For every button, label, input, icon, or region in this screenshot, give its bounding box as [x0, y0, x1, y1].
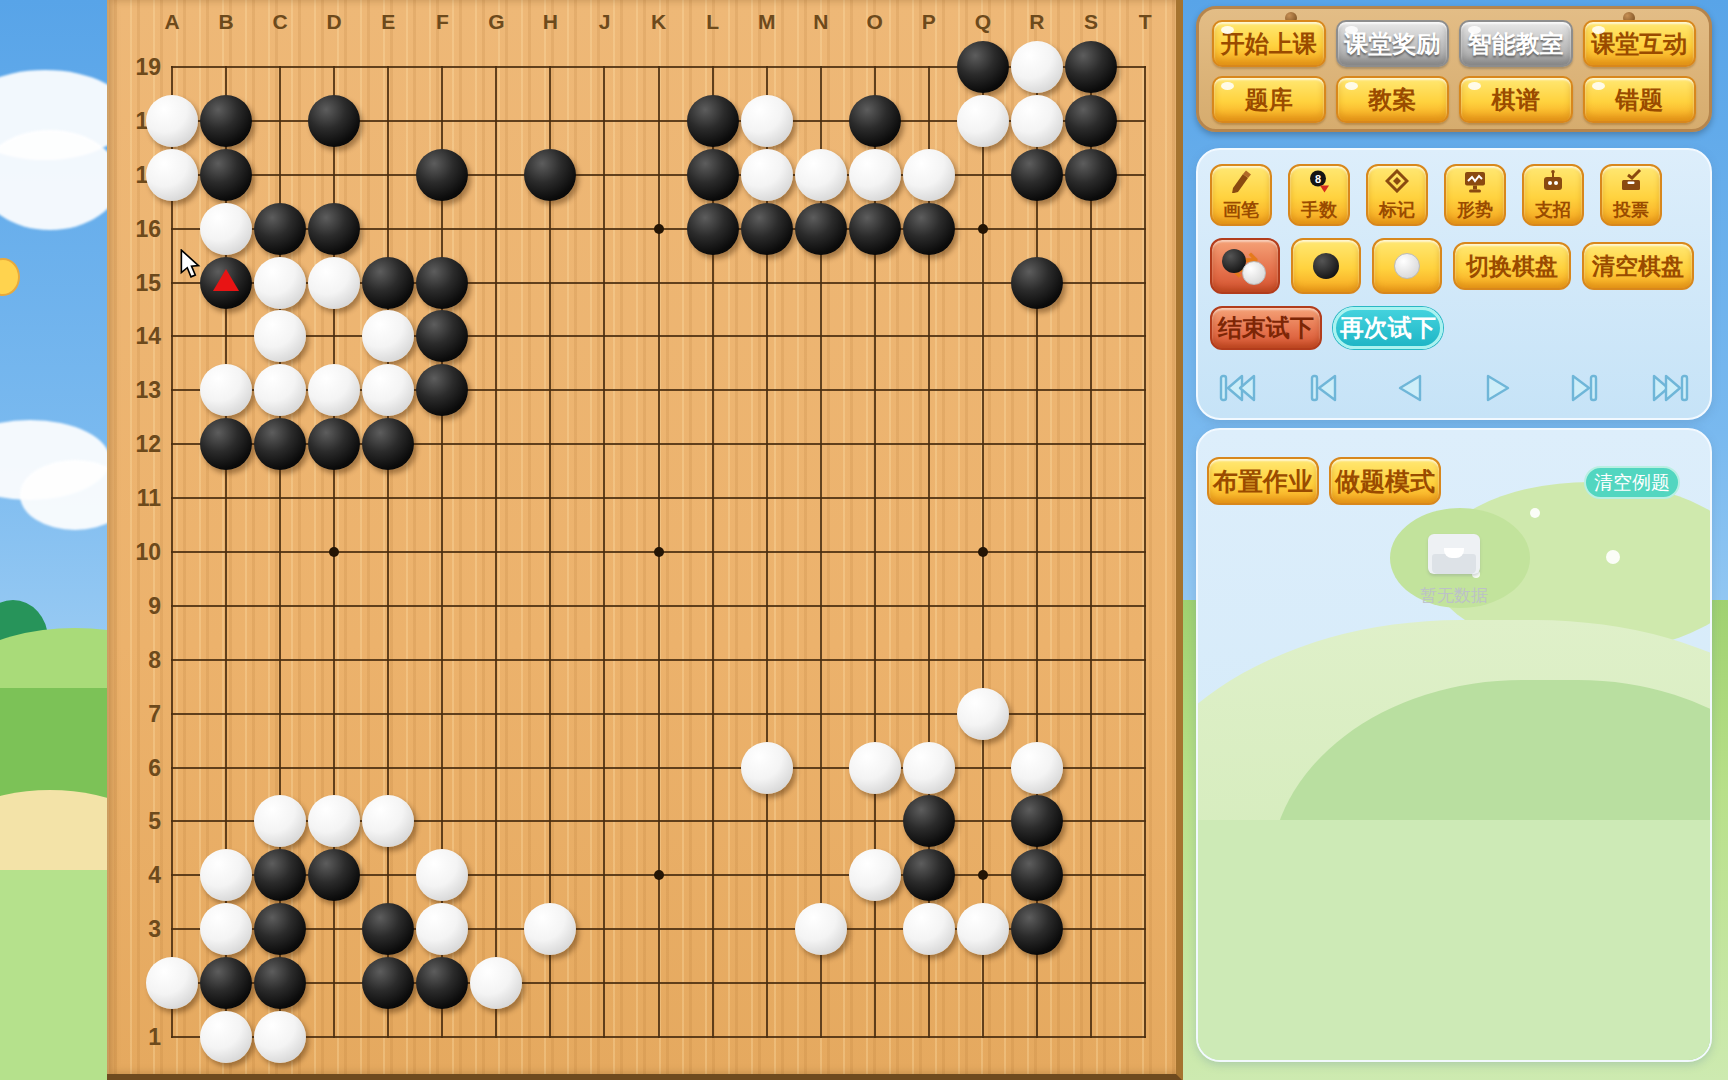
- white-stone[interactable]: [200, 1011, 252, 1063]
- playback-controls: [1198, 372, 1710, 404]
- board-chart-icon: [1463, 169, 1487, 197]
- black-stone[interactable]: [849, 203, 901, 255]
- grid-line: [171, 1036, 1146, 1038]
- row-label: 6: [113, 754, 161, 782]
- white-stone[interactable]: [308, 795, 360, 847]
- white-stone[interactable]: [308, 364, 360, 416]
- diamond-marker-icon: [1385, 169, 1409, 197]
- tool-hint-button[interactable]: 支招: [1522, 164, 1584, 226]
- tool-label: 手数: [1301, 198, 1337, 222]
- black-stone[interactable]: [741, 203, 793, 255]
- white-stone[interactable]: [416, 903, 468, 955]
- white-stone[interactable]: [903, 742, 955, 794]
- row-label: 3: [113, 915, 161, 943]
- row-label: 5: [113, 807, 161, 835]
- next-icon: [1488, 376, 1508, 400]
- black-stone[interactable]: [1065, 41, 1117, 93]
- star-point: [654, 547, 664, 557]
- black-stone[interactable]: [200, 257, 252, 309]
- retry-trial-button[interactable]: 再次试下: [1333, 307, 1443, 349]
- grid-line: [171, 767, 1146, 769]
- row-label: 19: [113, 53, 161, 81]
- row-label: 12: [113, 430, 161, 458]
- robot-icon: [1541, 169, 1565, 197]
- grid-line: [1090, 66, 1092, 1038]
- row-label: 14: [113, 322, 161, 350]
- white-stone[interactable]: [200, 903, 252, 955]
- black-stone[interactable]: [903, 849, 955, 901]
- black-stone[interactable]: [903, 203, 955, 255]
- black-stone[interactable]: [416, 364, 468, 416]
- row-label: 11: [113, 484, 161, 512]
- white-stone[interactable]: [470, 957, 522, 1009]
- tool-label: 标记: [1379, 198, 1415, 222]
- row-label: 9: [113, 592, 161, 620]
- mouse-cursor: [178, 249, 204, 283]
- row-label: 15: [113, 269, 161, 297]
- row-label: 7: [113, 700, 161, 728]
- black-stone[interactable]: [362, 903, 414, 955]
- black-stone[interactable]: [1065, 95, 1117, 147]
- black-stone[interactable]: [254, 957, 306, 1009]
- star-point: [654, 870, 664, 880]
- black-stone[interactable]: [416, 257, 468, 309]
- column-label: B: [211, 10, 241, 34]
- white-stone-button[interactable]: [1372, 238, 1442, 294]
- white-stone[interactable]: [741, 149, 793, 201]
- black-stone[interactable]: [1011, 903, 1063, 955]
- white-stone[interactable]: [795, 903, 847, 955]
- black-stone[interactable]: [254, 849, 306, 901]
- grid-line: [1144, 66, 1146, 1038]
- black-stone[interactable]: [903, 795, 955, 847]
- white-stone[interactable]: [362, 310, 414, 362]
- tool-brush-button[interactable]: 画笔: [1210, 164, 1272, 226]
- column-label: H: [535, 10, 565, 34]
- assign-homework-button[interactable]: 布置作业: [1207, 457, 1319, 505]
- class-rewards-button[interactable]: 课堂奖励: [1336, 20, 1450, 67]
- tool-influence-button[interactable]: 形势: [1444, 164, 1506, 226]
- white-stone[interactable]: [903, 903, 955, 955]
- black-stone[interactable]: [1011, 149, 1063, 201]
- black-stone[interactable]: [200, 957, 252, 1009]
- empty-state: 暂无数据: [1198, 534, 1710, 607]
- next-marker-icon: [1573, 376, 1596, 400]
- app-window: ABCDEFGHJKLMNOPQRST191817161514131211109…: [0, 0, 1728, 1080]
- white-stone[interactable]: [254, 257, 306, 309]
- white-stone[interactable]: [957, 95, 1009, 147]
- white-stone[interactable]: [146, 149, 198, 201]
- white-stone[interactable]: [795, 149, 847, 201]
- prev-icon: [1400, 376, 1420, 400]
- white-stone[interactable]: [146, 95, 198, 147]
- black-stone[interactable]: [1011, 257, 1063, 309]
- star-point: [978, 547, 988, 557]
- black-stone[interactable]: [308, 849, 360, 901]
- game-records-button[interactable]: 棋谱: [1459, 76, 1573, 123]
- column-label: Q: [968, 10, 998, 34]
- sun-icon: [0, 258, 20, 296]
- column-label: R: [1022, 10, 1052, 34]
- column-label: D: [319, 10, 349, 34]
- start-class-button[interactable]: 开始上课: [1212, 20, 1326, 67]
- pencil-icon: [1229, 169, 1253, 197]
- white-stone[interactable]: [254, 795, 306, 847]
- black-stone[interactable]: [1011, 849, 1063, 901]
- white-stone[interactable]: [200, 364, 252, 416]
- black-stone[interactable]: [308, 95, 360, 147]
- numbered-stone-icon: 8: [1307, 169, 1331, 197]
- column-label: C: [265, 10, 295, 34]
- next-marker-button[interactable]: [1560, 372, 1604, 404]
- next-button[interactable]: [1475, 372, 1519, 404]
- black-stone[interactable]: [1065, 149, 1117, 201]
- end-trial-button[interactable]: 结束试下: [1210, 306, 1322, 350]
- black-stone[interactable]: [254, 903, 306, 955]
- clear-board-button[interactable]: 清空棋盘: [1582, 242, 1694, 290]
- white-stone[interactable]: [849, 742, 901, 794]
- grid-line: [171, 605, 1146, 607]
- column-label: L: [698, 10, 728, 34]
- white-stone[interactable]: [200, 849, 252, 901]
- black-stone-button[interactable]: [1291, 238, 1361, 294]
- column-label: P: [914, 10, 944, 34]
- white-stone[interactable]: [146, 957, 198, 1009]
- tool-move-numbers-button[interactable]: 8手数: [1288, 164, 1350, 226]
- tool-button-row: 画笔8手数标记形势支招投票: [1210, 164, 1662, 226]
- row-label: 8: [113, 646, 161, 674]
- trial-row: 结束试下 再次试下: [1210, 306, 1443, 350]
- class-interaction-button[interactable]: 课堂互动: [1583, 20, 1697, 67]
- white-stone[interactable]: [741, 742, 793, 794]
- white-stone[interactable]: [903, 149, 955, 201]
- tool-label: 形势: [1457, 198, 1493, 222]
- black-stone[interactable]: [362, 418, 414, 470]
- column-label: S: [1076, 10, 1106, 34]
- column-label: E: [373, 10, 403, 34]
- black-stone[interactable]: [1011, 795, 1063, 847]
- ballot-icon: [1619, 169, 1643, 197]
- black-stone[interactable]: [362, 957, 414, 1009]
- white-stone[interactable]: [849, 849, 901, 901]
- smart-classroom-button[interactable]: 智能教室: [1459, 20, 1573, 67]
- black-stone[interactable]: [200, 418, 252, 470]
- column-label: K: [644, 10, 674, 34]
- column-label: M: [752, 10, 782, 34]
- grid-line: [171, 659, 1146, 661]
- skip-last-button[interactable]: [1646, 372, 1690, 404]
- black-stone[interactable]: [362, 257, 414, 309]
- white-stone[interactable]: [254, 310, 306, 362]
- clear-examples-button[interactable]: 清空例题: [1584, 466, 1680, 499]
- column-label: N: [806, 10, 836, 34]
- black-stone[interactable]: [254, 203, 306, 255]
- hill: [0, 870, 120, 1080]
- empty-box-icon: [1428, 534, 1480, 574]
- column-label: A: [157, 10, 187, 34]
- white-stone[interactable]: [1011, 41, 1063, 93]
- menu-row: 开始上课课堂奖励智能教室课堂互动: [1212, 20, 1696, 67]
- tool-label: 画笔: [1223, 198, 1259, 222]
- tool-vote-button[interactable]: 投票: [1600, 164, 1662, 226]
- hill: [1198, 820, 1710, 1062]
- white-stone[interactable]: [741, 95, 793, 147]
- goban[interactable]: ABCDEFGHJKLMNOPQRST191817161514131211109…: [107, 0, 1183, 1080]
- white-stone[interactable]: [849, 149, 901, 201]
- alternate-stones-button[interactable]: ⇄: [1210, 238, 1280, 294]
- row-label: 1: [113, 1023, 161, 1051]
- column-label: T: [1130, 10, 1160, 34]
- tool-label: 投票: [1613, 198, 1649, 222]
- prev-button[interactable]: [1389, 372, 1433, 404]
- white-stone[interactable]: [362, 795, 414, 847]
- star-point: [978, 224, 988, 234]
- black-stone[interactable]: [687, 149, 739, 201]
- black-stone[interactable]: [416, 149, 468, 201]
- homework-panel: 布置作业 做题模式 清空例题 暂无数据: [1196, 428, 1712, 1062]
- prev-marker-button[interactable]: [1304, 372, 1348, 404]
- black-stone[interactable]: [200, 149, 252, 201]
- wrong-questions-button[interactable]: 错题: [1583, 76, 1697, 123]
- practice-mode-button[interactable]: 做题模式: [1329, 457, 1441, 505]
- prev-marker-icon: [1312, 376, 1335, 400]
- black-stone[interactable]: [957, 41, 1009, 93]
- white-stone[interactable]: [200, 203, 252, 255]
- tool-mark-button[interactable]: 标记: [1366, 164, 1428, 226]
- row-label: 13: [113, 376, 161, 404]
- column-label: J: [589, 10, 619, 34]
- black-stone[interactable]: [308, 418, 360, 470]
- bush-dot: [1530, 508, 1540, 518]
- white-stone[interactable]: [1011, 742, 1063, 794]
- svg-text:8: 8: [1315, 172, 1321, 184]
- black-stone-icon: [1313, 253, 1339, 279]
- white-stone[interactable]: [254, 1011, 306, 1063]
- black-stone[interactable]: [200, 95, 252, 147]
- white-stone[interactable]: [362, 364, 414, 416]
- white-stone[interactable]: [416, 849, 468, 901]
- black-stone[interactable]: [795, 203, 847, 255]
- row-label: 16: [113, 215, 161, 243]
- black-stone[interactable]: [687, 203, 739, 255]
- row-label: 4: [113, 861, 161, 889]
- black-stone[interactable]: [687, 95, 739, 147]
- black-stone[interactable]: [849, 95, 901, 147]
- black-stone[interactable]: [308, 203, 360, 255]
- star-point: [978, 870, 988, 880]
- white-stone[interactable]: [1011, 95, 1063, 147]
- stone-mode-row: ⇄ 切换棋盘 清空棋盘: [1210, 238, 1694, 294]
- star-point: [654, 224, 664, 234]
- black-stone[interactable]: [524, 149, 576, 201]
- black-stone[interactable]: [254, 418, 306, 470]
- white-stone[interactable]: [254, 364, 306, 416]
- white-stone[interactable]: [957, 903, 1009, 955]
- black-stone[interactable]: [416, 957, 468, 1009]
- last-move-triangle-marker: [213, 269, 239, 291]
- skip-first-button[interactable]: [1218, 372, 1262, 404]
- row-label: 10: [113, 538, 161, 566]
- tools-panel: 画笔8手数标记形势支招投票 ⇄ 切换棋盘 清空棋盘 结束试下 再次试下: [1196, 148, 1712, 420]
- white-stone-icon: [1394, 253, 1420, 279]
- grid-line: [171, 982, 1146, 984]
- tool-label: 支招: [1535, 198, 1571, 222]
- question-bank-button[interactable]: 题库: [1212, 76, 1326, 123]
- white-stone-icon: [1242, 261, 1266, 285]
- skip-last-icon: [1654, 376, 1687, 400]
- white-stone[interactable]: [308, 257, 360, 309]
- star-point: [329, 547, 339, 557]
- skip-first-icon: [1221, 376, 1254, 400]
- black-stone[interactable]: [416, 310, 468, 362]
- switch-board-button[interactable]: 切换棋盘: [1453, 242, 1571, 290]
- lesson-plans-button[interactable]: 教案: [1336, 76, 1450, 123]
- class-menu-sign: 开始上课课堂奖励智能教室课堂互动题库教案棋谱错题: [1196, 6, 1712, 132]
- white-stone[interactable]: [524, 903, 576, 955]
- white-stone[interactable]: [957, 688, 1009, 740]
- column-label: O: [860, 10, 890, 34]
- empty-state-text: 暂无数据: [1198, 584, 1710, 607]
- column-label: F: [427, 10, 457, 34]
- menu-row: 题库教案棋谱错题: [1212, 76, 1696, 123]
- column-label: G: [481, 10, 511, 34]
